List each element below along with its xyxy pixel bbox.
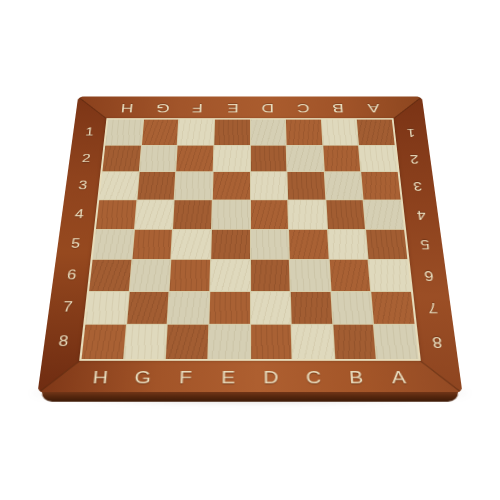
square-d6 <box>251 260 290 291</box>
square-a8 <box>374 325 418 359</box>
square-c6 <box>290 260 330 291</box>
square-c4 <box>288 200 326 228</box>
file-label-bottom-e: E <box>221 367 236 385</box>
rank-label-left-8: 8 <box>58 334 69 348</box>
rank-label-left-6: 6 <box>66 268 77 281</box>
square-d5 <box>251 229 289 259</box>
rank-label-left-5: 5 <box>70 238 81 251</box>
square-e2 <box>213 145 249 171</box>
square-c1 <box>286 120 322 145</box>
square-g5 <box>132 229 172 259</box>
square-b6 <box>329 260 370 291</box>
file-label-top-h: H <box>120 101 135 113</box>
file-label-bottom-c: C <box>305 367 322 385</box>
square-h2 <box>102 145 140 171</box>
square-e8 <box>208 325 249 359</box>
rank-label-left-4: 4 <box>74 208 84 220</box>
square-a5 <box>366 229 407 259</box>
square-c7 <box>291 292 332 324</box>
square-b8 <box>333 325 376 359</box>
square-g4 <box>135 200 174 228</box>
rank-label-right-7: 7 <box>427 301 438 315</box>
square-g8 <box>124 325 167 359</box>
square-a3 <box>362 172 401 199</box>
chess-board: HGFEDCBAHGFEDCBA1234567812345678 <box>38 96 463 393</box>
square-c8 <box>292 325 334 359</box>
square-g7 <box>127 292 169 324</box>
rank-label-right-6: 6 <box>423 268 434 281</box>
square-h7 <box>85 292 128 324</box>
square-b5 <box>328 229 368 259</box>
square-e4 <box>212 200 250 228</box>
square-h3 <box>99 172 138 199</box>
square-f5 <box>172 229 211 259</box>
square-f7 <box>168 292 209 324</box>
square-h8 <box>82 325 126 359</box>
square-h6 <box>89 260 131 291</box>
square-a2 <box>359 145 397 171</box>
square-a1 <box>357 120 394 145</box>
square-g3 <box>137 172 175 199</box>
square-a6 <box>369 260 411 291</box>
file-label-bottom-h: H <box>92 367 110 385</box>
board-field <box>79 118 421 361</box>
rank-label-left-1: 1 <box>85 127 95 138</box>
board-front-edge <box>41 392 459 402</box>
rank-label-right-1: 1 <box>406 127 416 138</box>
square-f1 <box>178 120 214 145</box>
rank-label-left-2: 2 <box>81 153 91 164</box>
square-f2 <box>176 145 213 171</box>
rank-label-right-2: 2 <box>409 153 419 164</box>
file-label-bottom-d: D <box>263 367 280 385</box>
square-d4 <box>250 200 288 228</box>
file-label-top-e: E <box>226 101 239 113</box>
file-label-top-b: B <box>331 101 344 113</box>
square-e7 <box>209 292 249 324</box>
rank-label-right-3: 3 <box>412 180 422 192</box>
square-h5 <box>93 229 134 259</box>
file-label-top-g: G <box>155 101 170 113</box>
rank-label-right-8: 8 <box>431 334 442 348</box>
file-label-bottom-b: B <box>348 367 364 385</box>
file-label-top-d: D <box>261 101 275 113</box>
square-d8 <box>251 325 292 359</box>
file-label-top-a: A <box>366 101 380 113</box>
square-d1 <box>250 120 285 145</box>
rank-label-right-4: 4 <box>416 208 426 220</box>
square-c2 <box>287 145 324 171</box>
square-f6 <box>170 260 210 291</box>
square-b7 <box>331 292 373 324</box>
square-b1 <box>322 120 359 145</box>
square-d7 <box>251 292 291 324</box>
square-b2 <box>323 145 361 171</box>
square-b3 <box>325 172 363 199</box>
file-label-top-f: F <box>191 101 203 113</box>
file-label-bottom-g: G <box>134 367 153 385</box>
square-c3 <box>288 172 326 199</box>
rank-label-right-5: 5 <box>419 238 430 251</box>
rank-label-left-7: 7 <box>62 301 73 315</box>
product-photo: HGFEDCBAHGFEDCBA1234567812345678 <box>0 0 500 500</box>
square-f3 <box>175 172 213 199</box>
file-label-bottom-a: A <box>391 367 408 385</box>
square-e3 <box>213 172 250 199</box>
square-e5 <box>211 229 249 259</box>
square-a4 <box>364 200 404 228</box>
square-a7 <box>372 292 415 324</box>
square-g6 <box>129 260 170 291</box>
square-c5 <box>289 229 328 259</box>
square-d3 <box>250 172 287 199</box>
board-perspective-wrapper: HGFEDCBAHGFEDCBA1234567812345678 <box>38 96 463 393</box>
rank-label-left-3: 3 <box>78 180 88 192</box>
square-h4 <box>96 200 136 228</box>
square-g2 <box>139 145 177 171</box>
file-label-top-c: C <box>296 101 310 113</box>
square-g1 <box>142 120 179 145</box>
file-label-bottom-f: F <box>179 367 194 385</box>
square-f8 <box>166 325 208 359</box>
square-h1 <box>105 120 142 145</box>
square-e6 <box>210 260 249 291</box>
square-e1 <box>214 120 249 145</box>
square-b4 <box>326 200 365 228</box>
square-d2 <box>250 145 286 171</box>
square-f4 <box>173 200 211 228</box>
